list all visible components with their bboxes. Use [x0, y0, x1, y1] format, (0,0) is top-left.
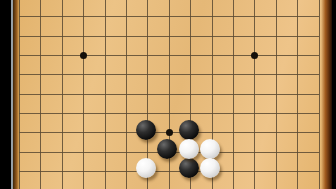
star-point — [80, 52, 87, 59]
grid-column-line — [319, 0, 320, 189]
grid-row-line — [19, 94, 319, 95]
video-frame — [0, 0, 336, 189]
left-letterbox-bar — [0, 0, 11, 189]
grid-row-line — [19, 16, 319, 17]
grid-row-line — [19, 171, 319, 172]
black-stone — [157, 139, 177, 159]
grid-row-line — [19, 36, 319, 37]
white-stone — [200, 139, 220, 159]
star-point — [251, 52, 258, 59]
goban[interactable] — [11, 0, 332, 189]
grid-row-line — [19, 74, 319, 75]
star-point — [166, 129, 173, 136]
white-stone — [179, 139, 199, 159]
grid-row-line — [19, 55, 319, 56]
black-stone — [179, 120, 199, 140]
black-stone — [179, 158, 199, 178]
right-letterbox-bar — [332, 0, 336, 189]
board-right-wood-edge — [321, 0, 332, 189]
white-stone — [200, 158, 220, 178]
black-stone — [136, 120, 156, 140]
grid-row-line — [19, 113, 319, 114]
white-stone — [136, 158, 156, 178]
